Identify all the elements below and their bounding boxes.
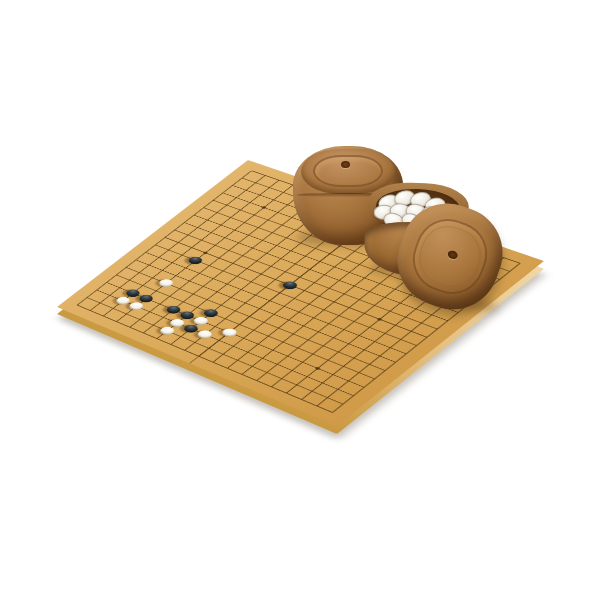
product-photo-scene <box>0 0 600 600</box>
closed-bowl-lid-dimple <box>341 161 350 168</box>
